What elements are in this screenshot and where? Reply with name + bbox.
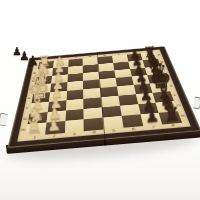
square-h6 [121,115,142,128]
right-clasp [193,97,200,110]
square-h5 [103,116,124,129]
square-h4 [84,118,104,131]
square-d5 [99,78,116,88]
piece-white-pawn-h2: ♟ [47,118,62,134]
square-h8: ♜ [159,111,182,124]
piece-white-rook-h1: ♜ [25,116,43,135]
square-h7: ♟ [140,113,162,126]
piece-black-pawn-h7: ♟ [144,110,159,126]
left-clasp [0,112,8,126]
piece-black-rook-h8: ♜ [162,104,180,123]
coordinate-inlay: 12345678 12345678 ABCDEFGH ABCDEFGH ♜♟♟♜… [17,49,191,141]
square-h2: ♟ [45,121,65,135]
square-h3 [64,120,84,133]
product-photo-scene: 12345678 12345678 ABCDEFGH ABCDEFGH ♜♟♟♜… [0,0,200,200]
square-h1: ♜ [25,123,46,137]
offboard-black-pawn: ♟ [27,54,39,67]
